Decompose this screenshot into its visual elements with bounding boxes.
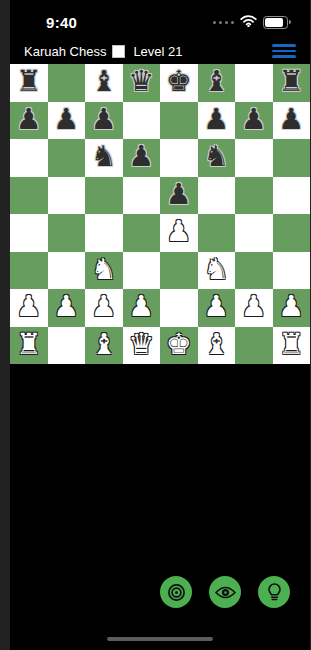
black-pawn: ♟ <box>91 105 117 134</box>
white-rook: ♜ <box>278 330 304 359</box>
square-g1[interactable] <box>235 327 273 365</box>
square-f7[interactable]: ♟ <box>198 102 236 140</box>
white-pawn: ♟ <box>166 217 192 246</box>
square-a7[interactable]: ♟ <box>10 102 48 140</box>
square-b2[interactable]: ♟ <box>48 289 86 327</box>
square-b4[interactable] <box>48 214 86 252</box>
black-pawn: ♟ <box>128 142 154 171</box>
lightbulb-icon <box>267 583 282 602</box>
target-button[interactable] <box>160 576 192 608</box>
turn-indicator <box>112 45 125 58</box>
black-queen: ♛ <box>128 67 154 96</box>
white-king: ♚ <box>166 330 192 359</box>
square-d8[interactable]: ♛ <box>123 64 161 102</box>
square-b1[interactable] <box>48 327 86 365</box>
square-d2[interactable]: ♟ <box>123 289 161 327</box>
phone-screen: 9:40 Karuah Chess Level 21 ♜♝♛♚♝♜♟♟♟♟♟♟♞… <box>10 0 310 650</box>
black-pawn: ♟ <box>203 105 229 134</box>
clock: 9:40 <box>46 14 77 31</box>
square-c2[interactable]: ♟ <box>85 289 123 327</box>
square-a4[interactable] <box>10 214 48 252</box>
square-h7[interactable]: ♟ <box>273 102 311 140</box>
white-rook: ♜ <box>16 330 42 359</box>
square-c1[interactable]: ♝ <box>85 327 123 365</box>
square-e3[interactable] <box>160 252 198 290</box>
square-e5[interactable]: ♟ <box>160 177 198 215</box>
white-pawn: ♟ <box>128 292 154 321</box>
square-c4[interactable] <box>85 214 123 252</box>
square-a5[interactable] <box>10 177 48 215</box>
square-b8[interactable] <box>48 64 86 102</box>
square-g4[interactable] <box>235 214 273 252</box>
square-g6[interactable] <box>235 139 273 177</box>
square-a3[interactable] <box>10 252 48 290</box>
square-e6[interactable] <box>160 139 198 177</box>
black-knight: ♞ <box>203 142 229 171</box>
chess-board: ♜♝♛♚♝♜♟♟♟♟♟♟♞♟♞♟♟♞♞♟♟♟♟♟♟♟♜♝♛♚♝♜ <box>10 64 310 364</box>
square-g7[interactable]: ♟ <box>235 102 273 140</box>
hamburger-menu-button[interactable] <box>272 42 296 60</box>
black-knight: ♞ <box>91 142 117 171</box>
square-f5[interactable] <box>198 177 236 215</box>
square-h2[interactable]: ♟ <box>273 289 311 327</box>
square-g3[interactable] <box>235 252 273 290</box>
white-pawn: ♟ <box>91 292 117 321</box>
black-pawn: ♟ <box>166 180 192 209</box>
white-bishop: ♝ <box>91 330 117 359</box>
square-h1[interactable]: ♜ <box>273 327 311 365</box>
square-e8[interactable]: ♚ <box>160 64 198 102</box>
home-indicator[interactable] <box>107 637 213 641</box>
square-c6[interactable]: ♞ <box>85 139 123 177</box>
square-a8[interactable]: ♜ <box>10 64 48 102</box>
square-f3[interactable]: ♞ <box>198 252 236 290</box>
square-d1[interactable]: ♛ <box>123 327 161 365</box>
white-pawn: ♟ <box>241 292 267 321</box>
square-e2[interactable] <box>160 289 198 327</box>
square-d4[interactable] <box>123 214 161 252</box>
square-e7[interactable] <box>160 102 198 140</box>
target-icon <box>167 583 186 602</box>
square-f8[interactable]: ♝ <box>198 64 236 102</box>
black-rook: ♜ <box>278 67 304 96</box>
square-h6[interactable] <box>273 139 311 177</box>
square-b6[interactable] <box>48 139 86 177</box>
eye-button[interactable] <box>209 576 241 608</box>
square-f1[interactable]: ♝ <box>198 327 236 365</box>
cellular-signal-icon <box>213 21 234 24</box>
white-pawn: ♟ <box>53 292 79 321</box>
square-h8[interactable]: ♜ <box>273 64 311 102</box>
square-f6[interactable]: ♞ <box>198 139 236 177</box>
square-b3[interactable] <box>48 252 86 290</box>
square-d5[interactable] <box>123 177 161 215</box>
square-d6[interactable]: ♟ <box>123 139 161 177</box>
square-f4[interactable] <box>198 214 236 252</box>
black-bishop: ♝ <box>91 67 117 96</box>
square-c7[interactable]: ♟ <box>85 102 123 140</box>
eye-icon <box>215 585 236 600</box>
square-a1[interactable]: ♜ <box>10 327 48 365</box>
black-bishop: ♝ <box>203 67 229 96</box>
square-c8[interactable]: ♝ <box>85 64 123 102</box>
black-pawn: ♟ <box>278 105 304 134</box>
action-button-bar <box>160 576 290 608</box>
square-b5[interactable] <box>48 177 86 215</box>
square-c5[interactable] <box>85 177 123 215</box>
square-a6[interactable] <box>10 139 48 177</box>
status-bar: 9:40 <box>10 0 310 38</box>
black-pawn: ♟ <box>16 105 42 134</box>
square-a2[interactable]: ♟ <box>10 289 48 327</box>
square-h5[interactable] <box>273 177 311 215</box>
square-d7[interactable] <box>123 102 161 140</box>
status-icons <box>213 13 288 31</box>
square-e4[interactable]: ♟ <box>160 214 198 252</box>
square-h3[interactable] <box>273 252 311 290</box>
hamburger-menu-icon <box>272 44 296 47</box>
white-pawn: ♟ <box>278 292 304 321</box>
wifi-icon <box>240 13 257 31</box>
black-pawn: ♟ <box>53 105 79 134</box>
white-queen: ♛ <box>128 330 154 359</box>
white-knight: ♞ <box>203 255 229 284</box>
square-h4[interactable] <box>273 214 311 252</box>
square-g5[interactable] <box>235 177 273 215</box>
app-header: Karuah Chess Level 21 <box>10 38 310 64</box>
square-g8[interactable] <box>235 64 273 102</box>
app-title: Karuah Chess <box>24 44 106 59</box>
black-rook: ♜ <box>16 67 42 96</box>
white-pawn: ♟ <box>203 292 229 321</box>
white-pawn: ♟ <box>16 292 42 321</box>
white-knight: ♞ <box>91 255 117 284</box>
square-f2[interactable]: ♟ <box>198 289 236 327</box>
square-g2[interactable]: ♟ <box>235 289 273 327</box>
square-d3[interactable] <box>123 252 161 290</box>
square-e1[interactable]: ♚ <box>160 327 198 365</box>
black-king: ♚ <box>166 67 192 96</box>
square-b7[interactable]: ♟ <box>48 102 86 140</box>
level-label: Level 21 <box>133 44 182 59</box>
black-pawn: ♟ <box>241 105 267 134</box>
battery-icon <box>263 16 288 29</box>
white-bishop: ♝ <box>203 330 229 359</box>
square-c3[interactable]: ♞ <box>85 252 123 290</box>
hint-button[interactable] <box>258 576 290 608</box>
